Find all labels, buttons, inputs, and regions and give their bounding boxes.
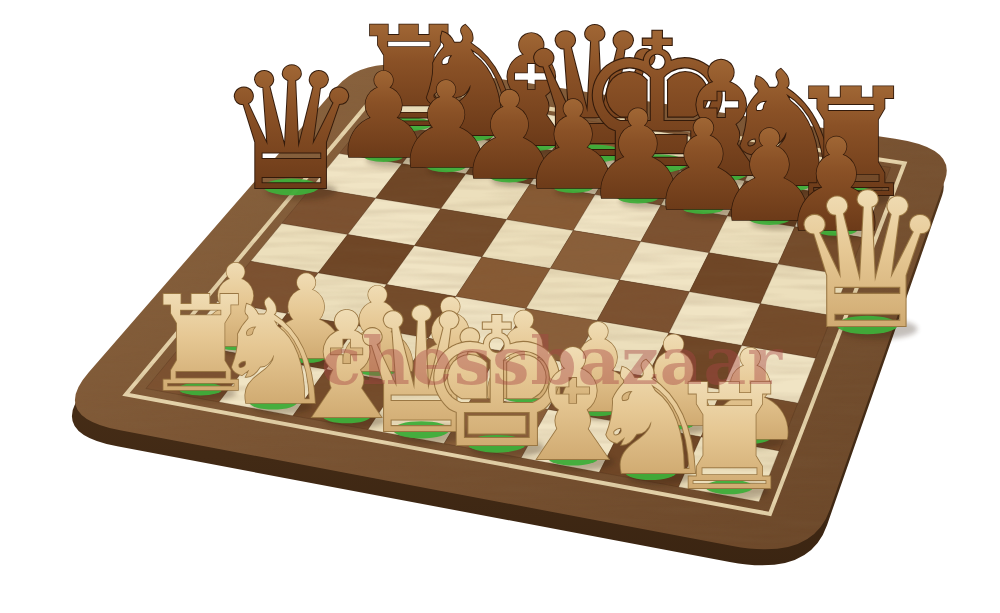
piece-white-queen-spare: ♛ [784,153,951,370]
watermark: chessbazaar [321,322,783,400]
piece-glyph: ♛ [784,153,951,370]
piece-glyph: ♛ [216,32,367,228]
chess-board-photo: ♜♞♝♛♚♝♞♜♟♟♟♟♟♟♟♟♛♛♟♟♟♟♟♟♟♟♜♞♝♛♚♝♞♜ chess… [0,0,1000,613]
piece-black-queen-spare: ♛ [216,32,367,228]
product-photo[interactable]: ♜♞♝♛♚♝♞♜♟♟♟♟♟♟♟♟♛♛♟♟♟♟♟♟♟♟♜♞♝♛♚♝♞♜ chess… [0,0,1000,613]
